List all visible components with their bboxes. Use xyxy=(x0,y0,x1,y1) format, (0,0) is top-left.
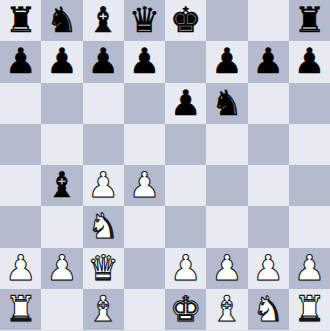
square-h3[interactable] xyxy=(289,206,330,247)
black-queen-icon[interactable]: ♛ xyxy=(129,0,160,41)
black-rook-icon[interactable]: ♜ xyxy=(294,0,325,41)
square-e6[interactable]: ♟ xyxy=(165,83,206,124)
square-b6[interactable] xyxy=(41,83,82,124)
square-e3[interactable] xyxy=(165,206,206,247)
square-f7[interactable]: ♟ xyxy=(206,41,247,82)
black-knight-icon[interactable]: ♞ xyxy=(211,83,242,124)
black-bishop-icon[interactable]: ♝ xyxy=(46,165,77,206)
white-bishop-icon[interactable]: ♝ xyxy=(211,289,242,330)
white-knight-icon[interactable]: ♞ xyxy=(87,206,118,247)
square-d3[interactable] xyxy=(124,206,165,247)
square-b4[interactable]: ♝ xyxy=(41,165,82,206)
square-c7[interactable]: ♟ xyxy=(83,41,124,82)
square-f6[interactable]: ♞ xyxy=(206,83,247,124)
square-c2[interactable]: ♛ xyxy=(83,248,124,289)
white-knight-icon[interactable]: ♞ xyxy=(252,289,283,330)
square-d8[interactable]: ♛ xyxy=(124,0,165,41)
white-pawn-icon[interactable]: ♟ xyxy=(170,248,201,289)
square-c8[interactable]: ♝ xyxy=(83,0,124,41)
square-c5[interactable] xyxy=(83,124,124,165)
black-pawn-icon[interactable]: ♟ xyxy=(252,41,283,82)
white-rook-icon[interactable]: ♜ xyxy=(294,289,325,330)
square-g6[interactable] xyxy=(248,83,289,124)
square-g2[interactable]: ♟ xyxy=(248,248,289,289)
square-a6[interactable] xyxy=(0,83,41,124)
square-e1[interactable]: ♚ xyxy=(165,289,206,330)
square-a7[interactable]: ♟ xyxy=(0,41,41,82)
square-f5[interactable] xyxy=(206,124,247,165)
square-e5[interactable] xyxy=(165,124,206,165)
square-b1[interactable] xyxy=(41,289,82,330)
square-f8[interactable] xyxy=(206,0,247,41)
white-pawn-icon[interactable]: ♟ xyxy=(5,248,36,289)
square-d5[interactable] xyxy=(124,124,165,165)
white-pawn-icon[interactable]: ♟ xyxy=(294,248,325,289)
square-f4[interactable] xyxy=(206,165,247,206)
square-h5[interactable] xyxy=(289,124,330,165)
square-g1[interactable]: ♞ xyxy=(248,289,289,330)
square-b2[interactable]: ♟ xyxy=(41,248,82,289)
square-c4[interactable]: ♟ xyxy=(83,165,124,206)
white-pawn-icon[interactable]: ♟ xyxy=(46,248,77,289)
square-f3[interactable] xyxy=(206,206,247,247)
chess-board: ♜♞♝♛♚♜♟♟♟♟♟♟♟♟♞♝♟♟♞♟♟♛♟♟♟♟♜♝♚♝♞♜ xyxy=(0,0,330,330)
square-a2[interactable]: ♟ xyxy=(0,248,41,289)
square-g5[interactable] xyxy=(248,124,289,165)
black-pawn-icon[interactable]: ♟ xyxy=(46,41,77,82)
black-knight-icon[interactable]: ♞ xyxy=(46,0,77,41)
square-h4[interactable] xyxy=(289,165,330,206)
square-a3[interactable] xyxy=(0,206,41,247)
square-f1[interactable]: ♝ xyxy=(206,289,247,330)
black-rook-icon[interactable]: ♜ xyxy=(5,0,36,41)
black-bishop-icon[interactable]: ♝ xyxy=(87,0,118,41)
square-g4[interactable] xyxy=(248,165,289,206)
square-e7[interactable] xyxy=(165,41,206,82)
square-d6[interactable] xyxy=(124,83,165,124)
white-queen-icon[interactable]: ♛ xyxy=(87,248,118,289)
black-pawn-icon[interactable]: ♟ xyxy=(5,41,36,82)
square-c3[interactable]: ♞ xyxy=(83,206,124,247)
white-rook-icon[interactable]: ♜ xyxy=(5,289,36,330)
square-e4[interactable] xyxy=(165,165,206,206)
square-a1[interactable]: ♜ xyxy=(0,289,41,330)
square-b7[interactable]: ♟ xyxy=(41,41,82,82)
square-h2[interactable]: ♟ xyxy=(289,248,330,289)
square-c1[interactable]: ♝ xyxy=(83,289,124,330)
square-g7[interactable]: ♟ xyxy=(248,41,289,82)
square-a4[interactable] xyxy=(0,165,41,206)
square-g3[interactable] xyxy=(248,206,289,247)
square-b5[interactable] xyxy=(41,124,82,165)
white-king-icon[interactable]: ♚ xyxy=(170,289,201,330)
square-h7[interactable]: ♟ xyxy=(289,41,330,82)
square-d2[interactable] xyxy=(124,248,165,289)
square-d1[interactable] xyxy=(124,289,165,330)
square-a8[interactable]: ♜ xyxy=(0,0,41,41)
square-d4[interactable]: ♟ xyxy=(124,165,165,206)
square-e8[interactable]: ♚ xyxy=(165,0,206,41)
black-pawn-icon[interactable]: ♟ xyxy=(170,83,201,124)
white-pawn-icon[interactable]: ♟ xyxy=(129,165,160,206)
square-h6[interactable] xyxy=(289,83,330,124)
square-h8[interactable]: ♜ xyxy=(289,0,330,41)
square-a5[interactable] xyxy=(0,124,41,165)
black-king-icon[interactable]: ♚ xyxy=(170,0,201,41)
square-d7[interactable]: ♟ xyxy=(124,41,165,82)
black-pawn-icon[interactable]: ♟ xyxy=(294,41,325,82)
square-f2[interactable]: ♟ xyxy=(206,248,247,289)
square-g8[interactable] xyxy=(248,0,289,41)
white-bishop-icon[interactable]: ♝ xyxy=(87,289,118,330)
square-e2[interactable]: ♟ xyxy=(165,248,206,289)
square-b8[interactable]: ♞ xyxy=(41,0,82,41)
black-pawn-icon[interactable]: ♟ xyxy=(129,41,160,82)
square-c6[interactable] xyxy=(83,83,124,124)
black-pawn-icon[interactable]: ♟ xyxy=(211,41,242,82)
square-h1[interactable]: ♜ xyxy=(289,289,330,330)
square-b3[interactable] xyxy=(41,206,82,247)
black-pawn-icon[interactable]: ♟ xyxy=(87,41,118,82)
white-pawn-icon[interactable]: ♟ xyxy=(87,165,118,206)
white-pawn-icon[interactable]: ♟ xyxy=(211,248,242,289)
white-pawn-icon[interactable]: ♟ xyxy=(252,248,283,289)
